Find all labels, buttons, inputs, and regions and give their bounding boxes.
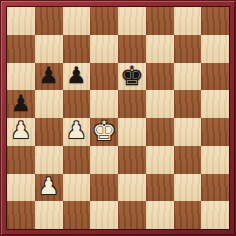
square-d6[interactable] [90, 63, 118, 91]
square-b4[interactable] [35, 118, 63, 146]
square-h6[interactable] [201, 63, 229, 91]
square-h3[interactable] [201, 146, 229, 174]
square-g3[interactable] [174, 146, 202, 174]
square-a2[interactable] [7, 174, 35, 202]
square-f2[interactable] [146, 174, 174, 202]
square-e3[interactable] [118, 146, 146, 174]
square-g2[interactable] [174, 174, 202, 202]
square-g4[interactable] [174, 118, 202, 146]
square-b1[interactable] [35, 201, 63, 229]
piece-black-king[interactable]: ♚ [120, 63, 144, 89]
square-a5[interactable]: ♟ [7, 90, 35, 118]
square-a7[interactable] [7, 35, 35, 63]
piece-white-pawn[interactable]: ♟ [38, 175, 59, 198]
piece-white-king[interactable]: ♚ [92, 118, 116, 144]
piece-black-pawn[interactable]: ♟ [38, 64, 59, 87]
square-h4[interactable] [201, 118, 229, 146]
square-g8[interactable] [174, 7, 202, 35]
square-d1[interactable] [90, 201, 118, 229]
square-b8[interactable] [35, 7, 63, 35]
square-f6[interactable] [146, 63, 174, 91]
square-g5[interactable] [174, 90, 202, 118]
square-f7[interactable] [146, 35, 174, 63]
square-e2[interactable] [118, 174, 146, 202]
square-d3[interactable] [90, 146, 118, 174]
square-e8[interactable] [118, 7, 146, 35]
square-b5[interactable] [35, 90, 63, 118]
piece-black-pawn[interactable]: ♟ [11, 92, 32, 115]
square-h7[interactable] [201, 35, 229, 63]
square-c4[interactable]: ♟ [63, 118, 91, 146]
square-d2[interactable] [90, 174, 118, 202]
piece-white-pawn[interactable]: ♟ [66, 119, 87, 142]
piece-black-pawn[interactable]: ♟ [66, 64, 87, 87]
square-f8[interactable] [146, 7, 174, 35]
square-d8[interactable] [90, 7, 118, 35]
square-e5[interactable] [118, 90, 146, 118]
square-b2[interactable]: ♟ [35, 174, 63, 202]
board-frame: ♟♟♚♟♟♟♚♟ [0, 0, 236, 236]
square-b3[interactable] [35, 146, 63, 174]
square-c3[interactable] [63, 146, 91, 174]
square-h8[interactable] [201, 7, 229, 35]
square-f4[interactable] [146, 118, 174, 146]
square-c8[interactable] [63, 7, 91, 35]
square-c5[interactable] [63, 90, 91, 118]
square-b7[interactable] [35, 35, 63, 63]
square-a1[interactable] [7, 201, 35, 229]
square-e1[interactable] [118, 201, 146, 229]
square-e7[interactable] [118, 35, 146, 63]
chess-board: ♟♟♚♟♟♟♚♟ [7, 7, 229, 229]
square-d5[interactable] [90, 90, 118, 118]
square-g1[interactable] [174, 201, 202, 229]
square-f1[interactable] [146, 201, 174, 229]
square-e4[interactable] [118, 118, 146, 146]
square-b6[interactable]: ♟ [35, 63, 63, 91]
square-f3[interactable] [146, 146, 174, 174]
square-h1[interactable] [201, 201, 229, 229]
square-h5[interactable] [201, 90, 229, 118]
square-a3[interactable] [7, 146, 35, 174]
square-a8[interactable] [7, 7, 35, 35]
square-c2[interactable] [63, 174, 91, 202]
square-c1[interactable] [63, 201, 91, 229]
piece-white-pawn[interactable]: ♟ [11, 119, 32, 142]
square-d7[interactable] [90, 35, 118, 63]
square-h2[interactable] [201, 174, 229, 202]
square-d4[interactable]: ♚ [90, 118, 118, 146]
square-g7[interactable] [174, 35, 202, 63]
square-c7[interactable] [63, 35, 91, 63]
square-a6[interactable] [7, 63, 35, 91]
square-a4[interactable]: ♟ [7, 118, 35, 146]
square-g6[interactable] [174, 63, 202, 91]
square-f5[interactable] [146, 90, 174, 118]
square-c6[interactable]: ♟ [63, 63, 91, 91]
square-e6[interactable]: ♚ [118, 63, 146, 91]
